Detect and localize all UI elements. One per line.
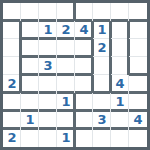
cell-r6c6[interactable] (111, 111, 129, 129)
given-digit: 1 (61, 93, 70, 111)
cell-r2c1[interactable] (21, 39, 39, 57)
cell-r6c5: 3 (93, 111, 111, 129)
cell-r4c5[interactable] (93, 75, 111, 93)
cell-r5c7[interactable] (129, 93, 147, 111)
given-digit: 2 (7, 75, 16, 93)
cell-r4c7[interactable] (129, 75, 147, 93)
cell-r0c6[interactable] (111, 3, 129, 21)
cell-r6c0[interactable] (3, 111, 21, 129)
given-digit: 1 (115, 93, 124, 111)
cell-r6c4[interactable] (75, 111, 93, 129)
cell-r2c0[interactable] (3, 39, 21, 57)
cell-r7c2[interactable] (39, 129, 57, 147)
cell-r4c6: 4 (111, 75, 129, 93)
cell-r4c0: 2 (3, 75, 21, 93)
cell-r0c0[interactable] (3, 3, 21, 21)
puzzle-board: 124123241113421 (0, 0, 150, 150)
cell-r1c6[interactable] (111, 21, 129, 39)
cell-r2c2[interactable] (39, 39, 57, 57)
cell-r6c2[interactable] (39, 111, 57, 129)
cell-r3c7[interactable] (129, 57, 147, 75)
cell-r2c7[interactable] (129, 39, 147, 57)
cell-r3c2: 3 (39, 57, 57, 75)
cell-r2c3[interactable] (57, 39, 75, 57)
cell-r7c7[interactable] (129, 129, 147, 147)
cell-r7c5[interactable] (93, 129, 111, 147)
cell-r5c4[interactable] (75, 93, 93, 111)
cell-r1c4: 4 (75, 21, 93, 39)
cell-r4c4[interactable] (75, 75, 93, 93)
given-digit: 1 (61, 129, 70, 147)
cell-r1c5: 1 (93, 21, 111, 39)
given-digit: 2 (7, 129, 16, 147)
cell-r3c5[interactable] (93, 57, 111, 75)
given-digit: 4 (115, 75, 124, 93)
cell-r5c3: 1 (57, 93, 75, 111)
cell-r6c7: 4 (129, 111, 147, 129)
cell-r7c6[interactable] (111, 129, 129, 147)
given-digit: 4 (133, 111, 142, 129)
given-digit: 3 (43, 57, 52, 75)
cell-r6c1: 1 (21, 111, 39, 129)
given-digit: 1 (43, 21, 52, 39)
cell-r7c1[interactable] (21, 129, 39, 147)
given-digit: 2 (61, 21, 70, 39)
cell-r5c5[interactable] (93, 93, 111, 111)
cell-r1c2: 1 (39, 21, 57, 39)
cell-r0c2[interactable] (39, 3, 57, 21)
cell-r0c1[interactable] (21, 3, 39, 21)
given-digit: 2 (97, 39, 106, 57)
given-digit: 3 (97, 111, 106, 129)
cell-r4c2[interactable] (39, 75, 57, 93)
cell-r3c0[interactable] (3, 57, 21, 75)
cell-r0c3[interactable] (57, 3, 75, 21)
given-digit: 1 (25, 111, 34, 129)
cell-r2c5: 2 (93, 39, 111, 57)
cell-r1c3: 2 (57, 21, 75, 39)
cell-r0c7[interactable] (129, 3, 147, 21)
cell-r2c4[interactable] (75, 39, 93, 57)
cell-r3c3[interactable] (57, 57, 75, 75)
cell-r4c1[interactable] (21, 75, 39, 93)
cell-r3c4[interactable] (75, 57, 93, 75)
cell-r1c0[interactable] (3, 21, 21, 39)
cell-r0c4[interactable] (75, 3, 93, 21)
given-digit: 4 (79, 21, 88, 39)
cell-r5c1[interactable] (21, 93, 39, 111)
cell-r6c3[interactable] (57, 111, 75, 129)
cell-r5c6: 1 (111, 93, 129, 111)
cell-r5c2[interactable] (39, 93, 57, 111)
cell-r3c1[interactable] (21, 57, 39, 75)
cell-r4c3[interactable] (57, 75, 75, 93)
cell-r1c7[interactable] (129, 21, 147, 39)
given-digit: 1 (97, 21, 106, 39)
cell-r0c5[interactable] (93, 3, 111, 21)
cell-r3c6[interactable] (111, 57, 129, 75)
cell-r7c4[interactable] (75, 129, 93, 147)
cell-r5c0[interactable] (3, 93, 21, 111)
cell-r2c6[interactable] (111, 39, 129, 57)
cell-r7c0: 2 (3, 129, 21, 147)
cell-r1c1[interactable] (21, 21, 39, 39)
cell-r7c3: 1 (57, 129, 75, 147)
